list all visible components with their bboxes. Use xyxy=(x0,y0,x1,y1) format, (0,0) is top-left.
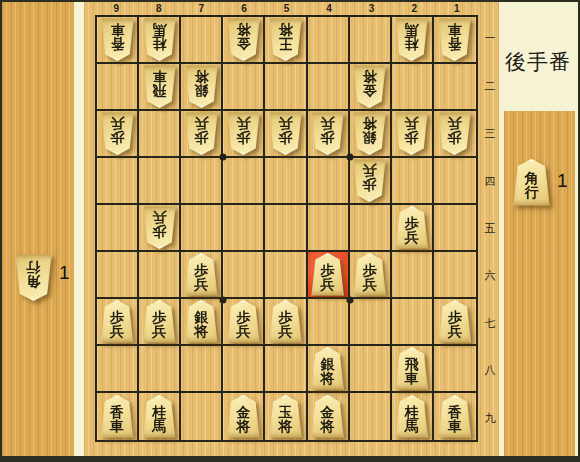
square-7-8[interactable] xyxy=(181,346,223,393)
rank-label-4: 四 xyxy=(481,157,499,204)
file-label-5: 5 xyxy=(265,3,308,15)
square-3-5[interactable] xyxy=(350,205,392,252)
piece-kanji: 歩兵 xyxy=(269,300,302,343)
square-2-2[interactable] xyxy=(392,64,434,111)
gote-pawn-piece[interactable]: 歩兵 xyxy=(269,112,302,155)
piece-kanji: 銀将 xyxy=(353,112,386,155)
gote-hand-count: 1 xyxy=(59,263,70,283)
sente-lance-piece[interactable]: 香車 xyxy=(438,395,471,438)
rank-label-7: 七 xyxy=(481,300,499,347)
gote-gold-piece[interactable]: 金将 xyxy=(227,18,260,61)
gote-king-piece[interactable]: 王将 xyxy=(269,18,302,61)
square-4-1[interactable] xyxy=(308,17,350,64)
piece-kanji: 飛車 xyxy=(395,347,428,390)
square-7-1[interactable] xyxy=(181,17,223,64)
piece-kanji: 銀将 xyxy=(311,347,344,390)
file-label-7: 7 xyxy=(180,3,223,15)
rank-label-8: 八 xyxy=(481,347,499,394)
square-3-7[interactable] xyxy=(350,299,392,346)
square-2-3[interactable]: 歩兵 xyxy=(392,111,434,158)
square-6-7[interactable]: 歩兵 xyxy=(223,299,265,346)
square-1-8[interactable] xyxy=(434,346,476,393)
piece-kanji: 歩兵 xyxy=(143,300,176,343)
sente-pawn-piece[interactable]: 歩兵 xyxy=(311,253,344,296)
piece-kanji: 飛車 xyxy=(143,65,176,108)
piece-kanji: 歩兵 xyxy=(227,300,260,343)
square-7-9[interactable] xyxy=(181,393,223,440)
square-2-1[interactable]: 桂馬 xyxy=(392,17,434,64)
gote-lance-piece[interactable]: 香車 xyxy=(101,18,134,61)
square-5-5[interactable] xyxy=(265,205,307,252)
sente-piece-stand: 角行 1 xyxy=(504,111,575,456)
gote-bishop-piece[interactable]: 角行 xyxy=(15,254,52,301)
square-4-7[interactable] xyxy=(308,299,350,346)
square-1-9[interactable]: 香車 xyxy=(434,393,476,440)
star-point xyxy=(347,296,354,303)
square-6-2[interactable] xyxy=(223,64,265,111)
piece-kanji: 歩兵 xyxy=(353,159,386,202)
gote-pawn-piece[interactable]: 歩兵 xyxy=(353,159,386,202)
sente-bishop-piece[interactable]: 角行 xyxy=(513,159,550,206)
piece-kanji: 金将 xyxy=(311,395,344,438)
square-5-2[interactable] xyxy=(265,64,307,111)
square-5-8[interactable] xyxy=(265,346,307,393)
gote-pawn-piece[interactable]: 歩兵 xyxy=(395,112,428,155)
square-8-8[interactable] xyxy=(139,346,181,393)
gote-pawn-piece[interactable]: 歩兵 xyxy=(101,112,134,155)
gote-piece-stand: 角行 1 xyxy=(2,2,74,456)
square-1-1[interactable]: 香車 xyxy=(434,17,476,64)
file-label-4: 4 xyxy=(308,3,351,15)
piece-kanji: 歩兵 xyxy=(185,112,218,155)
rank-label-3: 三 xyxy=(481,110,499,157)
square-4-5[interactable] xyxy=(308,205,350,252)
sente-gold-piece[interactable]: 金将 xyxy=(227,395,260,438)
piece-kanji: 香車 xyxy=(438,395,471,438)
piece-kanji: 玉将 xyxy=(269,395,302,438)
sente-pawn-piece[interactable]: 歩兵 xyxy=(185,253,218,296)
square-6-6[interactable] xyxy=(223,252,265,299)
board-area: 香車桂馬金将王将桂馬香車飛車銀将金将歩兵歩兵歩兵歩兵歩兵銀将歩兵歩兵歩兵歩兵歩兵… xyxy=(95,15,478,442)
shogi-app: 角行 1 987654321 一二三四五六七八九 香車桂馬金将王将桂馬香車飛車銀… xyxy=(0,0,580,462)
piece-kanji: 銀将 xyxy=(185,300,218,343)
square-5-6[interactable] xyxy=(265,252,307,299)
square-7-2[interactable]: 銀将 xyxy=(181,64,223,111)
sente-king-piece[interactable]: 玉将 xyxy=(269,395,302,438)
square-9-6[interactable] xyxy=(97,252,139,299)
square-8-5[interactable]: 歩兵 xyxy=(139,205,181,252)
piece-kanji: 歩兵 xyxy=(101,300,134,343)
piece-kanji: 香車 xyxy=(101,395,134,438)
piece-kanji: 王将 xyxy=(269,18,302,61)
piece-kanji: 銀将 xyxy=(185,65,218,108)
square-5-1[interactable]: 王将 xyxy=(265,17,307,64)
piece-kanji: 角行 xyxy=(15,254,52,301)
square-1-2[interactable] xyxy=(434,64,476,111)
piece-kanji: 金将 xyxy=(227,395,260,438)
square-3-6[interactable]: 歩兵 xyxy=(350,252,392,299)
square-2-6[interactable] xyxy=(392,252,434,299)
square-6-4[interactable] xyxy=(223,158,265,205)
gote-pawn-piece[interactable]: 歩兵 xyxy=(438,112,471,155)
gote-pawn-piece[interactable]: 歩兵 xyxy=(143,206,176,249)
sente-hand-count: 1 xyxy=(557,171,568,191)
rank-label-9: 九 xyxy=(481,395,499,442)
sente-silver-piece[interactable]: 銀将 xyxy=(311,347,344,390)
sente-pawn-piece[interactable]: 歩兵 xyxy=(395,206,428,249)
square-2-5[interactable]: 歩兵 xyxy=(392,205,434,252)
square-1-5[interactable] xyxy=(434,205,476,252)
square-2-4[interactable] xyxy=(392,158,434,205)
piece-kanji: 金将 xyxy=(227,18,260,61)
square-5-9[interactable]: 玉将 xyxy=(265,393,307,440)
file-label-3: 3 xyxy=(350,3,393,15)
square-9-5[interactable] xyxy=(97,205,139,252)
piece-kanji: 歩兵 xyxy=(269,112,302,155)
sente-pawn-piece[interactable]: 歩兵 xyxy=(143,300,176,343)
piece-kanji: 桂馬 xyxy=(143,395,176,438)
piece-kanji: 歩兵 xyxy=(311,112,344,155)
piece-kanji: 歩兵 xyxy=(438,112,471,155)
square-4-9[interactable]: 金将 xyxy=(308,393,350,440)
sente-knight-piece[interactable]: 桂馬 xyxy=(395,395,428,438)
square-4-3[interactable]: 歩兵 xyxy=(308,111,350,158)
square-9-3[interactable]: 歩兵 xyxy=(97,111,139,158)
square-1-7[interactable]: 歩兵 xyxy=(434,299,476,346)
square-2-7[interactable] xyxy=(392,299,434,346)
piece-kanji: 歩兵 xyxy=(395,112,428,155)
square-6-1[interactable]: 金将 xyxy=(223,17,265,64)
piece-kanji: 歩兵 xyxy=(311,253,344,296)
gote-silver-piece[interactable]: 銀将 xyxy=(185,65,218,108)
sente-silver-piece[interactable]: 銀将 xyxy=(185,300,218,343)
square-9-2[interactable] xyxy=(97,64,139,111)
square-8-2[interactable]: 飛車 xyxy=(139,64,181,111)
piece-kanji: 桂馬 xyxy=(395,395,428,438)
gote-silver-piece[interactable]: 銀将 xyxy=(353,112,386,155)
piece-kanji: 歩兵 xyxy=(185,253,218,296)
square-7-3[interactable]: 歩兵 xyxy=(181,111,223,158)
square-8-4[interactable] xyxy=(139,158,181,205)
gote-pawn-piece[interactable]: 歩兵 xyxy=(185,112,218,155)
file-label-9: 9 xyxy=(95,3,138,15)
square-7-6[interactable]: 歩兵 xyxy=(181,252,223,299)
square-8-3[interactable] xyxy=(139,111,181,158)
square-3-2[interactable]: 金将 xyxy=(350,64,392,111)
square-3-8[interactable] xyxy=(350,346,392,393)
piece-kanji: 桂馬 xyxy=(395,18,428,61)
gote-gold-piece[interactable]: 金将 xyxy=(353,65,386,108)
piece-kanji: 歩兵 xyxy=(143,206,176,249)
square-9-8[interactable] xyxy=(97,346,139,393)
square-4-6[interactable]: 歩兵 xyxy=(308,252,350,299)
square-7-4[interactable] xyxy=(181,158,223,205)
gote-rook-piece[interactable]: 飛車 xyxy=(143,65,176,108)
square-8-9[interactable]: 桂馬 xyxy=(139,393,181,440)
gote-knight-piece[interactable]: 桂馬 xyxy=(395,18,428,61)
piece-kanji: 歩兵 xyxy=(395,206,428,249)
star-point xyxy=(219,154,226,161)
square-6-3[interactable]: 歩兵 xyxy=(223,111,265,158)
piece-kanji: 歩兵 xyxy=(227,112,260,155)
square-1-6[interactable] xyxy=(434,252,476,299)
gote-knight-piece[interactable]: 桂馬 xyxy=(143,18,176,61)
sente-pawn-piece[interactable]: 歩兵 xyxy=(101,300,134,343)
square-9-4[interactable] xyxy=(97,158,139,205)
piece-kanji: 歩兵 xyxy=(438,300,471,343)
square-5-3[interactable]: 歩兵 xyxy=(265,111,307,158)
square-5-4[interactable] xyxy=(265,158,307,205)
square-7-5[interactable] xyxy=(181,205,223,252)
star-point xyxy=(219,296,226,303)
square-5-7[interactable]: 歩兵 xyxy=(265,299,307,346)
file-labels: 987654321 xyxy=(95,3,478,15)
rank-labels: 一二三四五六七八九 xyxy=(481,15,499,442)
sente-pawn-piece[interactable]: 歩兵 xyxy=(353,253,386,296)
square-3-1[interactable] xyxy=(350,17,392,64)
gote-lance-piece[interactable]: 香車 xyxy=(438,18,471,61)
piece-kanji: 金将 xyxy=(353,65,386,108)
file-label-2: 2 xyxy=(393,3,436,15)
sente-rook-piece[interactable]: 飛車 xyxy=(395,347,428,390)
square-3-9[interactable] xyxy=(350,393,392,440)
square-4-8[interactable]: 銀将 xyxy=(308,346,350,393)
piece-kanji: 桂馬 xyxy=(143,18,176,61)
file-label-8: 8 xyxy=(138,3,181,15)
gote-pawn-piece[interactable]: 歩兵 xyxy=(311,112,344,155)
shogi-board[interactable]: 香車桂馬金将王将桂馬香車飛車銀将金将歩兵歩兵歩兵歩兵歩兵銀将歩兵歩兵歩兵歩兵歩兵… xyxy=(95,15,478,442)
square-2-8[interactable]: 飛車 xyxy=(392,346,434,393)
square-4-2[interactable] xyxy=(308,64,350,111)
piece-kanji: 歩兵 xyxy=(101,112,134,155)
square-6-8[interactable] xyxy=(223,346,265,393)
square-8-7[interactable]: 歩兵 xyxy=(139,299,181,346)
sente-pawn-piece[interactable]: 歩兵 xyxy=(269,300,302,343)
piece-kanji: 角行 xyxy=(513,159,550,206)
sente-pawn-piece[interactable]: 歩兵 xyxy=(227,300,260,343)
square-6-9[interactable]: 金将 xyxy=(223,393,265,440)
square-4-4[interactable] xyxy=(308,158,350,205)
square-1-4[interactable] xyxy=(434,158,476,205)
square-3-3[interactable]: 銀将 xyxy=(350,111,392,158)
square-9-7[interactable]: 歩兵 xyxy=(97,299,139,346)
square-8-6[interactable] xyxy=(139,252,181,299)
sente-pawn-piece[interactable]: 歩兵 xyxy=(438,300,471,343)
turn-indicator: 後手番 xyxy=(496,48,580,76)
square-9-1[interactable]: 香車 xyxy=(97,17,139,64)
gote-hand-bishop[interactable]: 角行 xyxy=(15,254,52,301)
rank-label-6: 六 xyxy=(481,252,499,299)
square-2-9[interactable]: 桂馬 xyxy=(392,393,434,440)
square-3-4[interactable]: 歩兵 xyxy=(350,158,392,205)
sente-knight-piece[interactable]: 桂馬 xyxy=(143,395,176,438)
sente-gold-piece[interactable]: 金将 xyxy=(311,395,344,438)
piece-kanji: 香車 xyxy=(101,18,134,61)
rank-label-5: 五 xyxy=(481,205,499,252)
sente-hand-bishop[interactable]: 角行 xyxy=(513,159,550,206)
square-9-9[interactable]: 香車 xyxy=(97,393,139,440)
file-label-1: 1 xyxy=(435,3,478,15)
square-1-3[interactable]: 歩兵 xyxy=(434,111,476,158)
gote-pawn-piece[interactable]: 歩兵 xyxy=(227,112,260,155)
square-6-5[interactable] xyxy=(223,205,265,252)
piece-kanji: 香車 xyxy=(438,18,471,61)
sente-lance-piece[interactable]: 香車 xyxy=(101,395,134,438)
square-7-7[interactable]: 銀将 xyxy=(181,299,223,346)
file-label-6: 6 xyxy=(223,3,266,15)
square-8-1[interactable]: 桂馬 xyxy=(139,17,181,64)
piece-kanji: 歩兵 xyxy=(353,253,386,296)
